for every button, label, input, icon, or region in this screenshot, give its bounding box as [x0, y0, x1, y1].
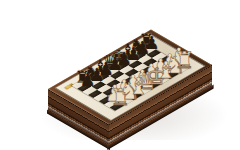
- piece-white-rook[interactable]: ♜: [168, 48, 198, 71]
- chess-box: ♜♞♝♛♚♝♞♜♟♟♟♟♟♟♟♟♟♟♟♟♟♟♟♟♜♞♝♛♚♝♞♜: [0, 0, 240, 150]
- chess-set-photo: ♜♞♝♛♚♝♞♜♟♟♟♟♟♟♟♟♟♟♟♟♟♟♟♟♜♞♝♛♚♝♞♜: [0, 0, 240, 150]
